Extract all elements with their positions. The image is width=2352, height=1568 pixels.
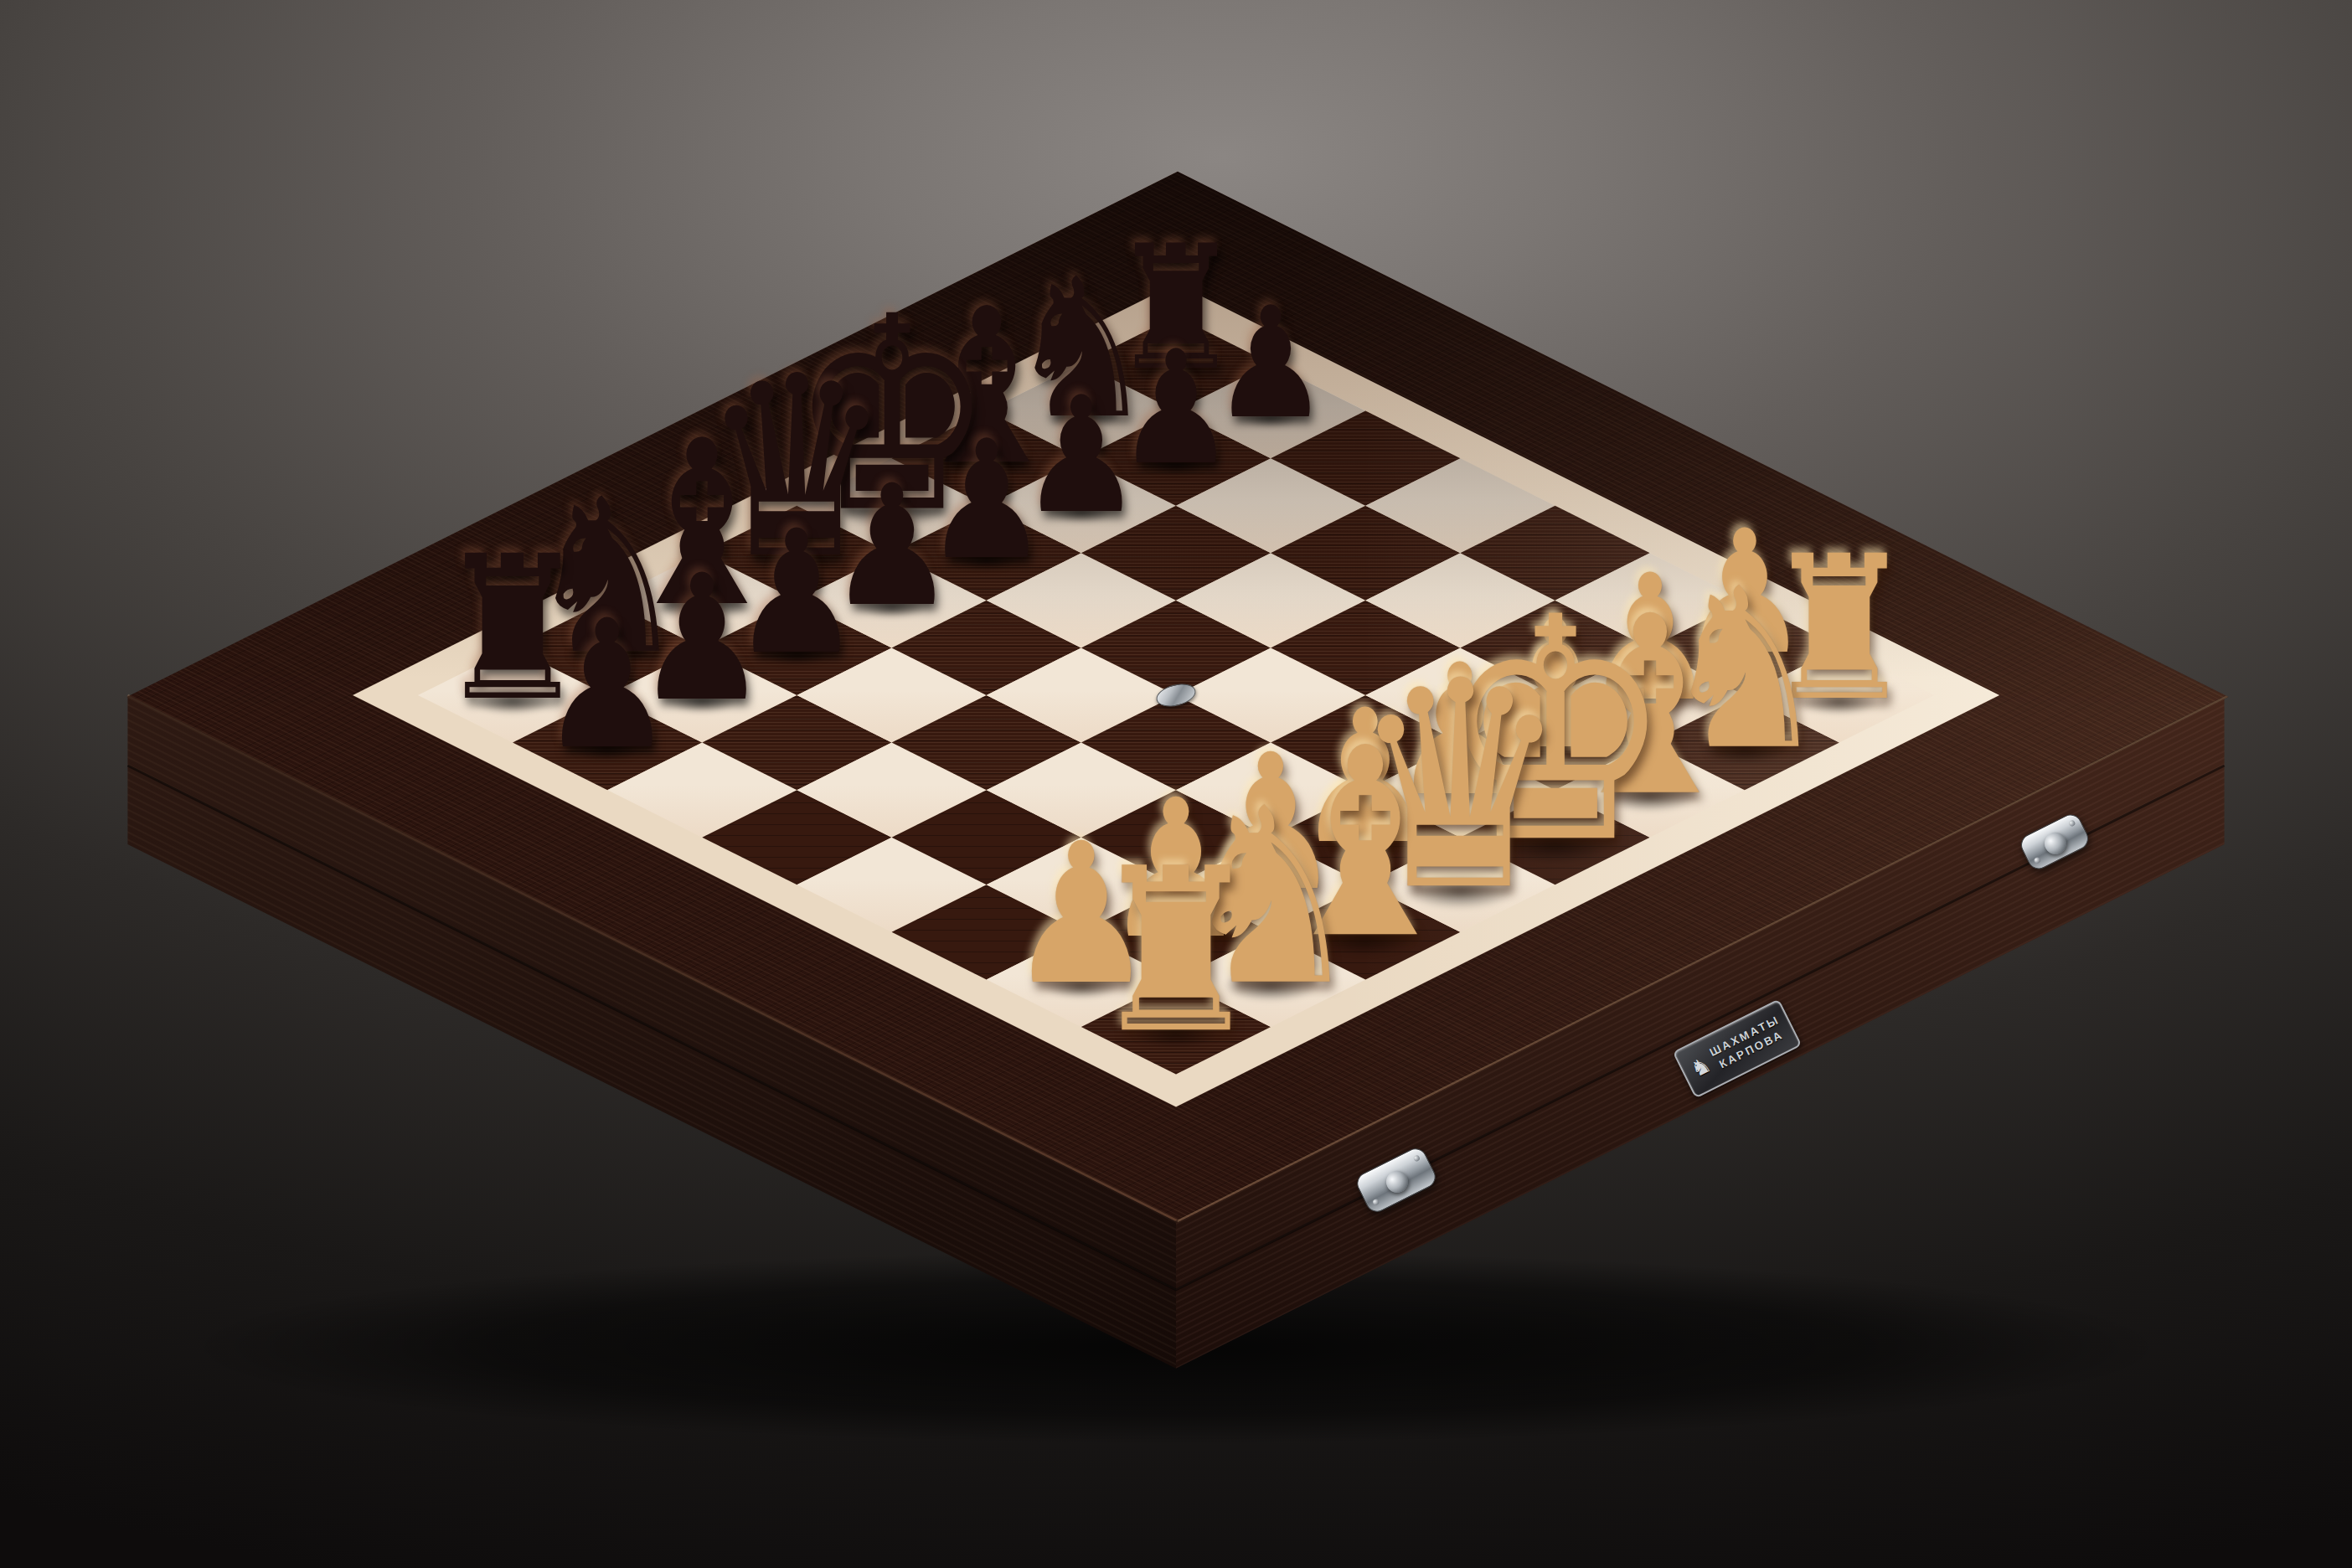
piece-white-rook-a1: ♜: [1090, 838, 1262, 1065]
piece-black-pawn-a7: ♟: [540, 596, 675, 774]
chess-set-photo-scene: ♞ ШАХМАТЫ КАРПОВА ♜♞♟♝♟♚♟♛♟♝♟♞♟♟♜♟♟♜♟♟♞♟…: [0, 0, 2352, 1568]
pieces: ♜♞♟♝♟♚♟♛♟♝♟♞♟♟♜♟♟♜♟♟♞♟♝♟♚♟♛♟♝♟♞♜: [0, 0, 2352, 1568]
